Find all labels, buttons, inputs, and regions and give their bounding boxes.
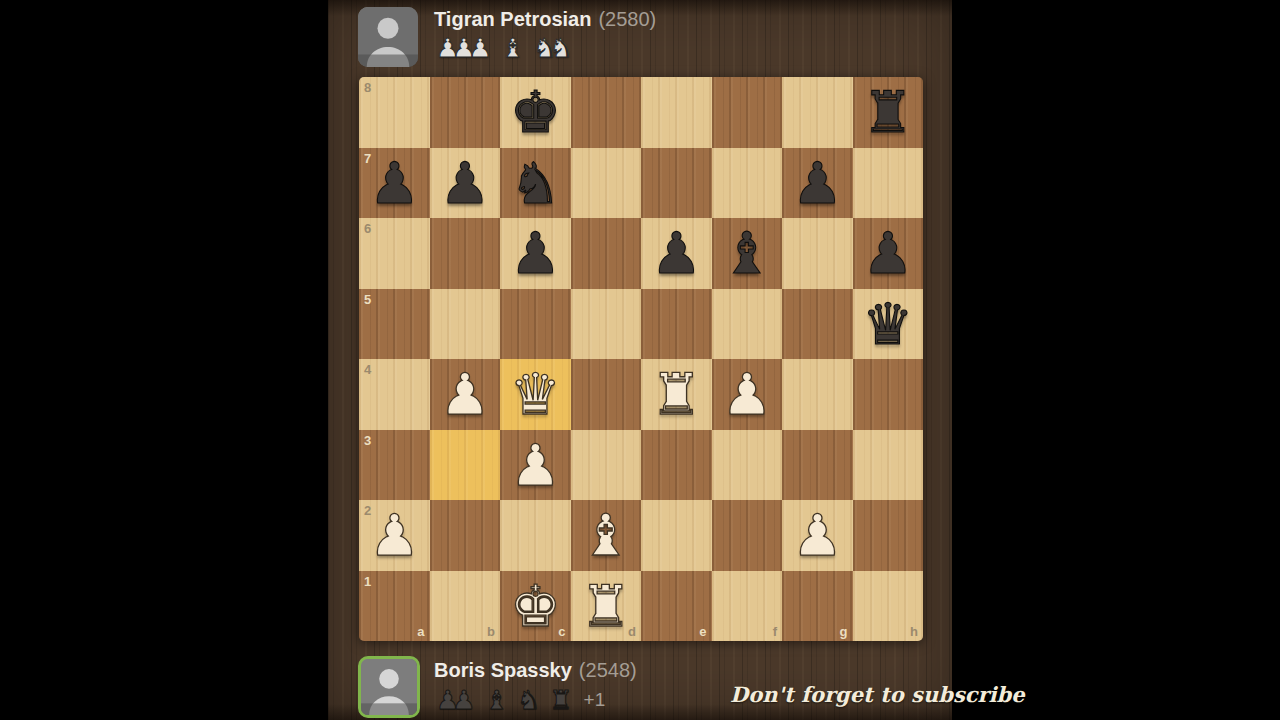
square-c7[interactable]: ♞ — [500, 148, 571, 219]
square-f7[interactable] — [712, 148, 783, 219]
subscribe-watermark: Don't forget to subscribe — [730, 682, 942, 707]
square-h7[interactable] — [853, 148, 924, 219]
square-f8[interactable] — [712, 77, 783, 148]
piece-black-bishop[interactable]: ♝ — [721, 218, 772, 288]
square-g5[interactable] — [782, 289, 853, 360]
square-h5[interactable]: ♛ — [853, 289, 924, 360]
captured-black-piece-group: ♟♟ — [436, 685, 476, 715]
rank-label-6: 6 — [364, 222, 371, 235]
square-g2[interactable]: ♟ — [782, 500, 853, 571]
chess-board: 8♚♜7♟♟♞♟6♟♟♝♟5♛4♟♛♜♟3♟2♟♝♟1abc♚d♜efgh — [359, 77, 923, 641]
rank-label-2: 2 — [364, 504, 371, 517]
square-d8[interactable] — [571, 77, 642, 148]
material-advantage: +1 — [584, 689, 606, 711]
square-f6[interactable]: ♝ — [712, 218, 783, 289]
piece-black-pawn[interactable]: ♟ — [369, 148, 420, 218]
player-avatar-top — [358, 7, 418, 67]
square-g1[interactable]: g — [782, 571, 853, 642]
square-e3[interactable] — [641, 430, 712, 501]
square-b1[interactable]: b — [430, 571, 501, 642]
file-label-f: f — [773, 625, 777, 638]
square-a2[interactable]: 2♟ — [359, 500, 430, 571]
rank-label-3: 3 — [364, 434, 371, 447]
square-e5[interactable] — [641, 289, 712, 360]
square-a1[interactable]: 1a — [359, 571, 430, 642]
captured-black-piece-group: ♝ — [485, 685, 508, 715]
person-icon — [358, 7, 418, 67]
square-c6[interactable]: ♟ — [500, 218, 571, 289]
square-f3[interactable] — [712, 430, 783, 501]
square-c1[interactable]: c♚ — [500, 571, 571, 642]
player-name-bottom: Boris Spassky — [434, 659, 572, 682]
piece-black-pawn[interactable]: ♟ — [439, 148, 490, 218]
player-rating-bottom: (2548) — [579, 659, 637, 682]
piece-white-pawn[interactable]: ♟ — [721, 359, 772, 429]
square-a8[interactable]: 8 — [359, 77, 430, 148]
captured-pieces-bottom: ♟♟♝♞♜+1 — [436, 684, 605, 716]
square-a3[interactable]: 3 — [359, 430, 430, 501]
square-a6[interactable]: 6 — [359, 218, 430, 289]
piece-white-bishop[interactable]: ♝ — [580, 500, 631, 570]
letterbox-right — [952, 0, 1280, 720]
piece-black-pawn[interactable]: ♟ — [792, 148, 843, 218]
player-name-top: Tigran Petrosian — [434, 8, 591, 31]
square-e8[interactable] — [641, 77, 712, 148]
player-info-bottom: Boris Spassky (2548) — [434, 659, 637, 683]
square-b7[interactable]: ♟ — [430, 148, 501, 219]
square-e4[interactable]: ♜ — [641, 359, 712, 430]
square-f2[interactable] — [712, 500, 783, 571]
rank-label-5: 5 — [364, 293, 371, 306]
square-d2[interactable]: ♝ — [571, 500, 642, 571]
piece-white-pawn[interactable]: ♟ — [510, 430, 561, 500]
square-a4[interactable]: 4 — [359, 359, 430, 430]
square-e2[interactable] — [641, 500, 712, 571]
file-label-a: a — [417, 625, 424, 638]
player-avatar-bottom — [358, 656, 420, 718]
piece-black-pawn[interactable]: ♟ — [862, 218, 913, 288]
piece-white-queen[interactable]: ♛ — [510, 359, 561, 429]
square-g4[interactable] — [782, 359, 853, 430]
captured-black-piece-group: ♞ — [517, 685, 540, 715]
square-g6[interactable] — [782, 218, 853, 289]
square-f1[interactable]: f — [712, 571, 783, 642]
captured-white-piece-group: ♞♞ — [533, 33, 573, 63]
square-h3[interactable] — [853, 430, 924, 501]
file-label-e: e — [699, 625, 706, 638]
square-b3[interactable] — [430, 430, 501, 501]
square-e1[interactable]: e — [641, 571, 712, 642]
square-b6[interactable] — [430, 218, 501, 289]
piece-black-rook[interactable]: ♜ — [862, 77, 913, 147]
square-g7[interactable]: ♟ — [782, 148, 853, 219]
square-b4[interactable]: ♟ — [430, 359, 501, 430]
square-d5[interactable] — [571, 289, 642, 360]
square-c8[interactable]: ♚ — [500, 77, 571, 148]
square-a5[interactable]: 5 — [359, 289, 430, 360]
square-d3[interactable] — [571, 430, 642, 501]
square-c3[interactable]: ♟ — [500, 430, 571, 501]
piece-white-rook[interactable]: ♜ — [580, 571, 631, 641]
captured-white-piece-group: ♝ — [501, 33, 524, 63]
square-h8[interactable]: ♜ — [853, 77, 924, 148]
square-h1[interactable]: h — [853, 571, 924, 642]
square-g8[interactable] — [782, 77, 853, 148]
rank-label-1: 1 — [364, 575, 371, 588]
person-icon — [361, 659, 417, 715]
square-f4[interactable]: ♟ — [712, 359, 783, 430]
piece-white-king[interactable]: ♚ — [510, 571, 561, 641]
player-rating-top: (2580) — [598, 8, 656, 31]
square-g3[interactable] — [782, 430, 853, 501]
square-c4[interactable]: ♛ — [500, 359, 571, 430]
file-label-c: c — [558, 625, 565, 638]
square-b2[interactable] — [430, 500, 501, 571]
square-d7[interactable] — [571, 148, 642, 219]
square-c5[interactable] — [500, 289, 571, 360]
piece-black-pawn[interactable]: ♟ — [651, 218, 702, 288]
square-b8[interactable] — [430, 77, 501, 148]
square-a7[interactable]: 7♟ — [359, 148, 430, 219]
file-label-b: b — [487, 625, 495, 638]
piece-black-king[interactable]: ♚ — [510, 77, 561, 147]
captured-pieces-top: ♟♟♟♝♞♞ — [436, 32, 582, 64]
square-d1[interactable]: d♜ — [571, 571, 642, 642]
rank-label-7: 7 — [364, 152, 371, 165]
square-e7[interactable] — [641, 148, 712, 219]
page: Tigran Petrosian (2580) ♟♟♟♝♞♞ 8♚♜7♟♟♞♟6… — [0, 0, 1280, 720]
player-info-top: Tigran Petrosian (2580) — [434, 8, 656, 32]
letterbox-left — [0, 0, 328, 720]
square-h6[interactable]: ♟ — [853, 218, 924, 289]
captured-black-piece-group: ♜ — [549, 685, 572, 715]
file-label-d: d — [628, 625, 636, 638]
file-label-h: h — [910, 625, 918, 638]
square-h4[interactable] — [853, 359, 924, 430]
file-label-g: g — [840, 625, 848, 638]
piece-white-pawn[interactable]: ♟ — [439, 359, 490, 429]
square-d4[interactable] — [571, 359, 642, 430]
rank-label-8: 8 — [364, 81, 371, 94]
captured-white-piece-group: ♟♟♟ — [436, 33, 492, 63]
piece-white-pawn[interactable]: ♟ — [792, 500, 843, 570]
rank-label-4: 4 — [364, 363, 371, 376]
piece-black-queen[interactable]: ♛ — [862, 289, 913, 359]
piece-white-pawn[interactable]: ♟ — [369, 500, 420, 570]
piece-white-rook[interactable]: ♜ — [651, 359, 702, 429]
piece-black-pawn[interactable]: ♟ — [510, 218, 561, 288]
square-h2[interactable] — [853, 500, 924, 571]
square-b5[interactable] — [430, 289, 501, 360]
square-f5[interactable] — [712, 289, 783, 360]
square-c2[interactable] — [500, 500, 571, 571]
piece-black-knight[interactable]: ♞ — [510, 148, 561, 218]
square-e6[interactable]: ♟ — [641, 218, 712, 289]
square-d6[interactable] — [571, 218, 642, 289]
